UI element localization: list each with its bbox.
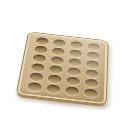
cup-grid	[17, 32, 108, 104]
cup-cell	[62, 85, 82, 97]
muffin-pan	[16, 31, 109, 105]
cup-cell	[24, 81, 44, 93]
muffin-cup	[45, 84, 60, 94]
cup-cell	[43, 83, 63, 95]
muffin-cup	[27, 82, 42, 92]
photo-background	[0, 0, 120, 120]
cup-cell	[81, 87, 100, 99]
muffin-cup	[64, 86, 78, 96]
muffin-cup	[83, 88, 97, 98]
